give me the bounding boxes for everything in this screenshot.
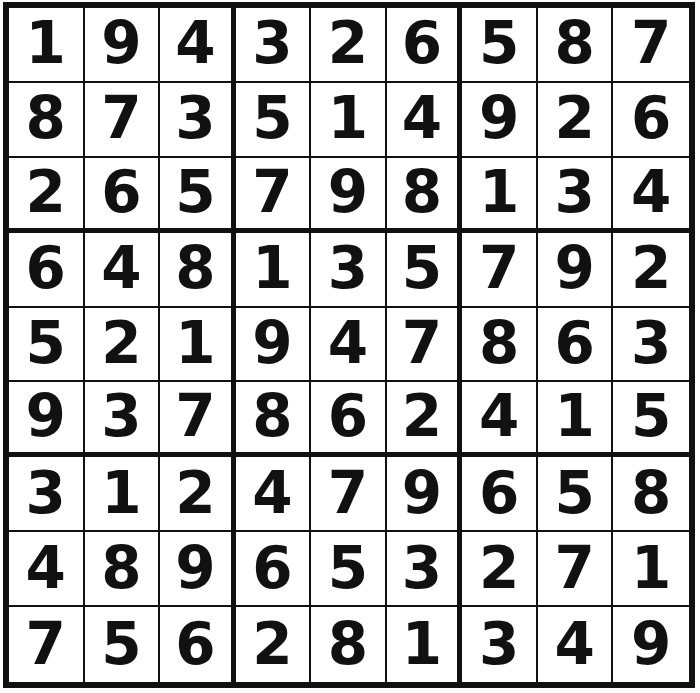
cell-r8c5[interactable]: 5 <box>311 532 387 607</box>
cell-r9c9[interactable]: 9 <box>613 607 689 682</box>
digit: 7 <box>328 464 368 522</box>
digit: 8 <box>252 387 292 445</box>
digit: 9 <box>554 239 594 297</box>
digit: 1 <box>328 89 368 147</box>
cell-r8c9[interactable]: 1 <box>613 532 689 607</box>
digit: 7 <box>631 14 671 72</box>
cell-r3c4[interactable]: 7 <box>236 158 312 233</box>
digit: 1 <box>479 163 519 221</box>
digit: 1 <box>554 387 594 445</box>
digit: 5 <box>252 89 292 147</box>
cell-r3c2[interactable]: 6 <box>85 158 161 233</box>
cell-r8c8[interactable]: 7 <box>538 532 614 607</box>
cell-r2c9[interactable]: 6 <box>613 83 689 158</box>
cell-r1c8[interactable]: 8 <box>538 8 614 83</box>
digit: 6 <box>252 539 292 597</box>
digit: 3 <box>252 14 292 72</box>
digit: 5 <box>402 239 442 297</box>
cell-r7c6[interactable]: 9 <box>387 457 463 532</box>
cell-r4c8[interactable]: 9 <box>538 233 614 308</box>
digit: 6 <box>101 163 141 221</box>
digit: 8 <box>479 314 519 372</box>
digit: 8 <box>402 163 442 221</box>
cell-r3c7[interactable]: 1 <box>462 158 538 233</box>
digit: 1 <box>175 314 215 372</box>
digit: 7 <box>402 314 442 372</box>
cell-r1c5[interactable]: 2 <box>311 8 387 83</box>
cell-r5c7[interactable]: 8 <box>462 308 538 383</box>
digit: 7 <box>26 615 66 673</box>
cell-r1c1[interactable]: 1 <box>9 8 85 83</box>
digit: 4 <box>101 239 141 297</box>
digit: 5 <box>328 539 368 597</box>
cell-r8c6[interactable]: 3 <box>387 532 463 607</box>
digit: 7 <box>252 163 292 221</box>
digit: 9 <box>101 14 141 72</box>
digit: 8 <box>26 89 66 147</box>
digit: 6 <box>26 239 66 297</box>
digit: 5 <box>26 314 66 372</box>
cell-r2c1[interactable]: 8 <box>9 83 85 158</box>
cell-r4c3[interactable]: 8 <box>160 233 236 308</box>
cell-r7c5[interactable]: 7 <box>311 457 387 532</box>
digit: 4 <box>328 314 368 372</box>
cell-r7c9[interactable]: 8 <box>613 457 689 532</box>
cell-r7c3[interactable]: 2 <box>160 457 236 532</box>
cell-r6c5[interactable]: 6 <box>311 382 387 457</box>
cell-r7c4[interactable]: 4 <box>236 457 312 532</box>
cell-r7c1[interactable]: 3 <box>9 457 85 532</box>
cell-r8c7[interactable]: 2 <box>462 532 538 607</box>
cell-r6c3[interactable]: 7 <box>160 382 236 457</box>
digit: 6 <box>175 615 215 673</box>
digit: 6 <box>328 387 368 445</box>
digit: 4 <box>26 539 66 597</box>
cell-r4c5[interactable]: 3 <box>311 233 387 308</box>
cell-r6c6[interactable]: 2 <box>387 382 463 457</box>
cell-r5c6[interactable]: 7 <box>387 308 463 383</box>
sudoku-page: 1943265878735149262657981346481357925219… <box>0 0 700 693</box>
digit: 1 <box>402 615 442 673</box>
cell-r3c5[interactable]: 9 <box>311 158 387 233</box>
digit: 8 <box>631 464 671 522</box>
digit: 7 <box>479 239 519 297</box>
cell-r6c4[interactable]: 8 <box>236 382 312 457</box>
digit: 5 <box>631 387 671 445</box>
cell-r4c4[interactable]: 1 <box>236 233 312 308</box>
cell-r9c3[interactable]: 6 <box>160 607 236 682</box>
cell-r9c8[interactable]: 4 <box>538 607 614 682</box>
cell-r3c6[interactable]: 8 <box>387 158 463 233</box>
digit: 6 <box>554 314 594 372</box>
digit: 9 <box>26 387 66 445</box>
digit: 3 <box>479 615 519 673</box>
digit: 7 <box>175 387 215 445</box>
digit: 7 <box>554 539 594 597</box>
cell-r5c2[interactable]: 2 <box>85 308 161 383</box>
digit: 3 <box>631 314 671 372</box>
digit: 1 <box>26 14 66 72</box>
cell-r7c2[interactable]: 1 <box>85 457 161 532</box>
cell-r8c1[interactable]: 4 <box>9 532 85 607</box>
cell-r4c6[interactable]: 5 <box>387 233 463 308</box>
cell-r2c7[interactable]: 9 <box>462 83 538 158</box>
cell-r2c5[interactable]: 1 <box>311 83 387 158</box>
cell-r4c9[interactable]: 2 <box>613 233 689 308</box>
cell-r1c6[interactable]: 6 <box>387 8 463 83</box>
digit: 8 <box>328 615 368 673</box>
cell-r2c4[interactable]: 5 <box>236 83 312 158</box>
cell-r3c1[interactable]: 2 <box>9 158 85 233</box>
digit: 3 <box>402 539 442 597</box>
digit: 3 <box>101 387 141 445</box>
cell-r3c9[interactable]: 4 <box>613 158 689 233</box>
digit: 2 <box>554 89 594 147</box>
cell-r5c8[interactable]: 6 <box>538 308 614 383</box>
cell-r6c8[interactable]: 1 <box>538 382 614 457</box>
digit: 9 <box>252 314 292 372</box>
cell-r5c3[interactable]: 1 <box>160 308 236 383</box>
cell-r4c7[interactable]: 7 <box>462 233 538 308</box>
digit: 3 <box>328 239 368 297</box>
digit: 5 <box>101 615 141 673</box>
digit: 2 <box>26 163 66 221</box>
digit: 5 <box>554 464 594 522</box>
cell-r6c2[interactable]: 3 <box>85 382 161 457</box>
cell-r5c4[interactable]: 9 <box>236 308 312 383</box>
cell-r2c3[interactable]: 3 <box>160 83 236 158</box>
cell-r7c7[interactable]: 6 <box>462 457 538 532</box>
digit: 2 <box>479 539 519 597</box>
digit: 2 <box>101 314 141 372</box>
digit: 2 <box>252 615 292 673</box>
digit: 9 <box>631 615 671 673</box>
cell-r8c3[interactable]: 9 <box>160 532 236 607</box>
cell-r9c4[interactable]: 2 <box>236 607 312 682</box>
cell-r9c2[interactable]: 5 <box>85 607 161 682</box>
digit: 2 <box>402 387 442 445</box>
digit: 1 <box>631 539 671 597</box>
digit: 4 <box>631 163 671 221</box>
cell-r1c9[interactable]: 7 <box>613 8 689 83</box>
digit: 6 <box>631 89 671 147</box>
cell-r5c5[interactable]: 4 <box>311 308 387 383</box>
cell-r4c2[interactable]: 4 <box>85 233 161 308</box>
digit: 6 <box>402 14 442 72</box>
cell-r9c5[interactable]: 8 <box>311 607 387 682</box>
digit: 2 <box>175 464 215 522</box>
cell-r9c1[interactable]: 7 <box>9 607 85 682</box>
sudoku-board: 1943265878735149262657981346481357925219… <box>3 2 695 688</box>
cell-r9c7[interactable]: 3 <box>462 607 538 682</box>
digit: 4 <box>479 387 519 445</box>
digit: 8 <box>175 239 215 297</box>
cell-r2c2[interactable]: 7 <box>85 83 161 158</box>
digit: 3 <box>26 464 66 522</box>
cell-r2c6[interactable]: 4 <box>387 83 463 158</box>
digit: 6 <box>479 464 519 522</box>
digit: 9 <box>479 89 519 147</box>
digit: 8 <box>101 539 141 597</box>
digit: 9 <box>328 163 368 221</box>
digit: 8 <box>554 14 594 72</box>
digit: 4 <box>175 14 215 72</box>
cell-r5c9[interactable]: 3 <box>613 308 689 383</box>
cell-r6c7[interactable]: 4 <box>462 382 538 457</box>
cell-r3c3[interactable]: 5 <box>160 158 236 233</box>
cell-r3c8[interactable]: 3 <box>538 158 614 233</box>
cell-r6c9[interactable]: 5 <box>613 382 689 457</box>
digit: 5 <box>479 14 519 72</box>
digit: 4 <box>402 89 442 147</box>
digit: 9 <box>402 464 442 522</box>
digit: 4 <box>554 615 594 673</box>
cell-r1c3[interactable]: 4 <box>160 8 236 83</box>
cell-r2c8[interactable]: 2 <box>538 83 614 158</box>
digit: 3 <box>554 163 594 221</box>
cell-r5c1[interactable]: 5 <box>9 308 85 383</box>
cell-r9c6[interactable]: 1 <box>387 607 463 682</box>
cell-r1c2[interactable]: 9 <box>85 8 161 83</box>
cell-r4c1[interactable]: 6 <box>9 233 85 308</box>
cell-r6c1[interactable]: 9 <box>9 382 85 457</box>
digit: 9 <box>175 539 215 597</box>
digit: 7 <box>101 89 141 147</box>
digit: 3 <box>175 89 215 147</box>
digit: 1 <box>252 239 292 297</box>
cell-r1c7[interactable]: 5 <box>462 8 538 83</box>
cell-r1c4[interactable]: 3 <box>236 8 312 83</box>
cell-r8c4[interactable]: 6 <box>236 532 312 607</box>
cell-r8c2[interactable]: 8 <box>85 532 161 607</box>
digit: 4 <box>252 464 292 522</box>
digit: 5 <box>175 163 215 221</box>
digit: 2 <box>328 14 368 72</box>
digit: 1 <box>101 464 141 522</box>
cell-r7c8[interactable]: 5 <box>538 457 614 532</box>
digit: 2 <box>631 239 671 297</box>
